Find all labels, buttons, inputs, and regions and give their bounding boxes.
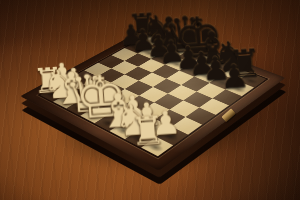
box-top-wrap: ♜♞♝♛♚♝♞♜♟♟♟♟♟♟♟♟♟♟♟♟♟♟♟♟♜♞♝♛♚♝♞♜ bbox=[0, 0, 300, 200]
chess-board-grid: ♜♞♝♛♚♝♞♜♟♟♟♟♟♟♟♟♟♟♟♟♟♟♟♟♜♞♝♛♚♝♞♜ bbox=[40, 34, 266, 156]
chess-board: ♜♞♝♛♚♝♞♜♟♟♟♟♟♟♟♟♟♟♟♟♟♟♟♟♜♞♝♛♚♝♞♜ bbox=[20, 26, 285, 170]
black-pawn: ♟ bbox=[219, 59, 250, 93]
chess-photo: ♜♞♝♛♚♝♞♜♟♟♟♟♟♟♟♟♟♟♟♟♟♟♟♟♜♞♝♛♚♝♞♜ bbox=[0, 0, 300, 200]
board-scene: ♜♞♝♛♚♝♞♜♟♟♟♟♟♟♟♟♟♟♟♟♟♟♟♟♜♞♝♛♚♝♞♜ bbox=[0, 0, 300, 200]
white-rook: ♜ bbox=[129, 109, 166, 150]
